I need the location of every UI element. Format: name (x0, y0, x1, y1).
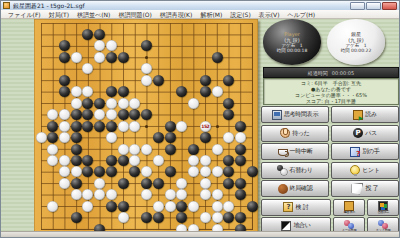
game-status-panel: コミ: 6目半 手合割: 互先●あなたの番ですコンピュータの勝率・・・65%スコ… (263, 78, 399, 105)
black-stone (118, 201, 129, 212)
swap-stones-button[interactable]: 石替わり (261, 162, 329, 179)
black-stone (71, 109, 82, 120)
black-stone (188, 144, 199, 155)
black-stone (200, 75, 211, 86)
white-stone (118, 212, 129, 223)
black-stone (71, 144, 82, 155)
window-bottom-frame (1, 231, 399, 237)
white-stone (223, 201, 234, 212)
end-confirm-button-label: 終局確認 (290, 184, 313, 193)
territory-icon (281, 221, 291, 231)
white-stone (71, 98, 82, 109)
white-stone (153, 201, 164, 212)
white-stone (200, 212, 211, 223)
white-stone (36, 132, 47, 143)
white-stone (129, 98, 140, 109)
review-button[interactable]: 検 討 (261, 199, 331, 216)
pass-icon (353, 128, 363, 138)
white-stone (212, 212, 223, 223)
black-stone (71, 212, 82, 223)
black-stone (235, 178, 246, 189)
white-stone (47, 201, 58, 212)
book-icon (350, 147, 360, 157)
white-stone (153, 155, 164, 166)
white-stone (212, 189, 223, 200)
white-stone (176, 121, 187, 132)
black-stone (71, 121, 82, 132)
menu-item-3[interactable]: 棋譜問題(O) (114, 10, 155, 19)
review-button-label: 検 討 (295, 203, 308, 212)
menu-item-0[interactable]: ファイル(F) (4, 10, 45, 19)
white-stone (59, 121, 70, 132)
bowl-icon (278, 184, 288, 194)
black-stone (71, 178, 82, 189)
black-stone (165, 166, 176, 177)
black-stone (153, 212, 164, 223)
white-stone (188, 201, 199, 212)
white-stone (94, 52, 105, 63)
menu-item-6[interactable]: 設定(S) (226, 10, 255, 19)
black-stone (235, 121, 246, 132)
elapsed-time-bar: 経過時間 00:00:05 (263, 67, 399, 78)
another-move-button[interactable]: 別の手 (331, 143, 399, 160)
resign-button-label: 投 了 (365, 184, 378, 193)
black-stone (106, 121, 117, 132)
close-button[interactable] (382, 2, 397, 10)
black-stone (212, 52, 223, 63)
monitor-icon (272, 110, 282, 120)
flag-icon (351, 183, 363, 195)
side-panel: Player (九 段) アゲ石 1 時間 00:00:18 銀星 (九 段) … (259, 19, 400, 234)
button-grid: 思考時間表示読み待ったパス一時中断別の手石替わりヒント終局確認投 了検 討盤面表… (261, 106, 399, 234)
stones-icon (277, 165, 287, 175)
white-stone (141, 144, 152, 155)
white-time: 時間 00:00:22 (341, 48, 372, 54)
white-stone (106, 98, 117, 109)
white-stone (212, 144, 223, 155)
star-point (145, 125, 148, 128)
black-stone (94, 121, 105, 132)
miniboard-icon (344, 201, 354, 211)
territory-button-label: 地合い (293, 221, 310, 230)
elapsed-label: 経過時間 (308, 70, 328, 76)
black-stone (47, 121, 58, 132)
white-stone (106, 132, 117, 143)
white-stone (59, 155, 70, 166)
white-stone (212, 86, 223, 97)
black-stone (71, 155, 82, 166)
black-stone (165, 121, 176, 132)
white-stone (106, 109, 117, 120)
black-stone (118, 52, 129, 63)
black-stone (200, 86, 211, 97)
white-stone (59, 178, 70, 189)
end-confirm-button[interactable]: 終局確認 (261, 180, 329, 197)
black-stone (141, 178, 152, 189)
white-stone (235, 132, 246, 143)
hint-button-label: ヒント (362, 166, 380, 175)
black-stone (153, 178, 164, 189)
last-move-number: 152 (200, 121, 211, 132)
menu-item-5[interactable]: 解析(M) (196, 10, 226, 19)
white-stone (212, 201, 223, 212)
white-stone: 152 (200, 121, 211, 132)
black-stone (165, 144, 176, 155)
menu-bar: ファイル(F)対局(T)棋譜並べ(N)棋譜問題(O)棋譜再現(K)解析(M)設定… (1, 10, 399, 19)
white-stone (165, 189, 176, 200)
hand-icon (280, 128, 290, 138)
pass-button-label: パス (365, 129, 377, 138)
white-stone (200, 178, 211, 189)
black-stone (153, 132, 164, 143)
black-stone (223, 98, 234, 109)
white-stone (141, 75, 152, 86)
yomi-button[interactable]: 読み (331, 106, 399, 123)
black-stone (118, 155, 129, 166)
pause-button[interactable]: 一時中断 (261, 143, 329, 160)
white-stone (59, 132, 70, 143)
black-stone (153, 75, 164, 86)
black-stone (118, 109, 129, 120)
app-icon (3, 2, 10, 9)
swap-stones-button-label: 石替わり (289, 166, 312, 175)
black-stone (106, 201, 117, 212)
black-stone (106, 52, 117, 63)
screen-setting-button[interactable]: 画面設定 (367, 199, 399, 216)
menu-item-8[interactable]: ヘルプ(H) (284, 10, 320, 19)
black-stone (247, 201, 258, 212)
undo-button-label: 待った (292, 129, 309, 138)
screen-setting-button-label: 画面設定 (377, 211, 389, 214)
thinking-time-button-label: 思考時間表示 (284, 110, 318, 119)
black-stone (106, 155, 117, 166)
black-stone (94, 98, 105, 109)
black-player-badge: Player (九 段) アゲ石 1 時間 00:00:18 (263, 19, 321, 65)
white-stone (118, 121, 129, 132)
white-stone (118, 98, 129, 109)
black-stone (235, 155, 246, 166)
white-stone (71, 189, 82, 200)
board-view-button-label: 盤面表示 (343, 211, 355, 214)
board-arrow-icon (353, 110, 363, 120)
yomi-button-label: 読み (365, 110, 377, 119)
white-stone (118, 144, 129, 155)
white-stone (200, 155, 211, 166)
status-line-3: スコア: 白・17目半勝 (306, 98, 356, 104)
pause-button-label: 一時中断 (290, 147, 313, 156)
question-icon (283, 202, 293, 212)
minimize-button[interactable] (350, 2, 365, 10)
black-stone (165, 132, 176, 143)
menu-item-7[interactable]: 表示(V) (255, 10, 284, 19)
screen-icon (378, 201, 388, 211)
black-stone (82, 121, 93, 132)
black-stone (200, 132, 211, 143)
elapsed-value: 00:00:05 (332, 70, 354, 76)
another-move-button-label: 別の手 (362, 147, 379, 156)
hint-button[interactable]: ヒント (331, 162, 399, 179)
content-area: 152 Player (九 段) アゲ石 1 時間 00:00:18 銀星 (九… (1, 19, 400, 234)
board-view-button[interactable]: 盤面表示 (333, 199, 365, 216)
white-stone (212, 166, 223, 177)
app-window: 銀星囲碁21 - t5go-2L.sgf ファイル(F)対局(T)棋譜並べ(N)… (0, 0, 400, 238)
black-stone (71, 132, 82, 143)
star-point (216, 125, 219, 128)
cup-icon (278, 149, 288, 156)
resign-button[interactable]: 投 了 (331, 180, 399, 197)
go-board[interactable]: 152 (34, 19, 258, 233)
white-stone (165, 201, 176, 212)
black-stone (59, 75, 70, 86)
white-stone (129, 121, 140, 132)
menu-item-1[interactable]: 対局(T) (45, 10, 73, 19)
white-stone (71, 52, 82, 63)
thinking-time-button[interactable]: 思考時間表示 (261, 106, 329, 123)
black-stone (118, 178, 129, 189)
menu-item-2[interactable]: 棋譜並べ(N) (73, 10, 114, 19)
black-stone (118, 86, 129, 97)
pass-button[interactable]: パス (331, 125, 399, 142)
white-player-badge: 銀星 (九 段) アゲ石 1 時間 00:00:22 (327, 19, 385, 65)
white-stone (188, 98, 199, 109)
maximize-button[interactable] (366, 2, 381, 10)
black-stone (235, 144, 246, 155)
white-stone (129, 144, 140, 155)
black-stone (247, 166, 258, 177)
black-stone (59, 52, 70, 63)
white-stone (47, 144, 58, 155)
black-stone (223, 75, 234, 86)
menu-item-4[interactable]: 棋譜再現(K) (156, 10, 197, 19)
black-time: 時間 00:00:18 (277, 48, 308, 54)
white-stone (94, 178, 105, 189)
bulb-icon (350, 165, 360, 175)
undo-button[interactable]: 待った (261, 125, 329, 142)
star-point (145, 56, 148, 59)
white-stone (188, 155, 199, 166)
white-stone (71, 86, 82, 97)
